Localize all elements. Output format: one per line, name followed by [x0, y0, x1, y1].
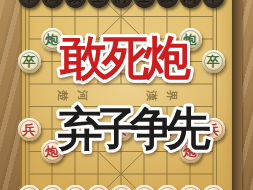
title-overlay: 敢死炮 弃子争先 [0, 0, 253, 190]
title-gansipao: 敢死炮 [59, 32, 191, 84]
xiangqi-thumbnail: 楚 河 漢 界 車馬象士將士象馬車炮炮卒卒卒卒卒兵兵兵兵兵炮炮車馬相仕帥仕相馬車… [0, 0, 253, 190]
title-qizizhengxian: 弃子争先 [57, 104, 211, 154]
